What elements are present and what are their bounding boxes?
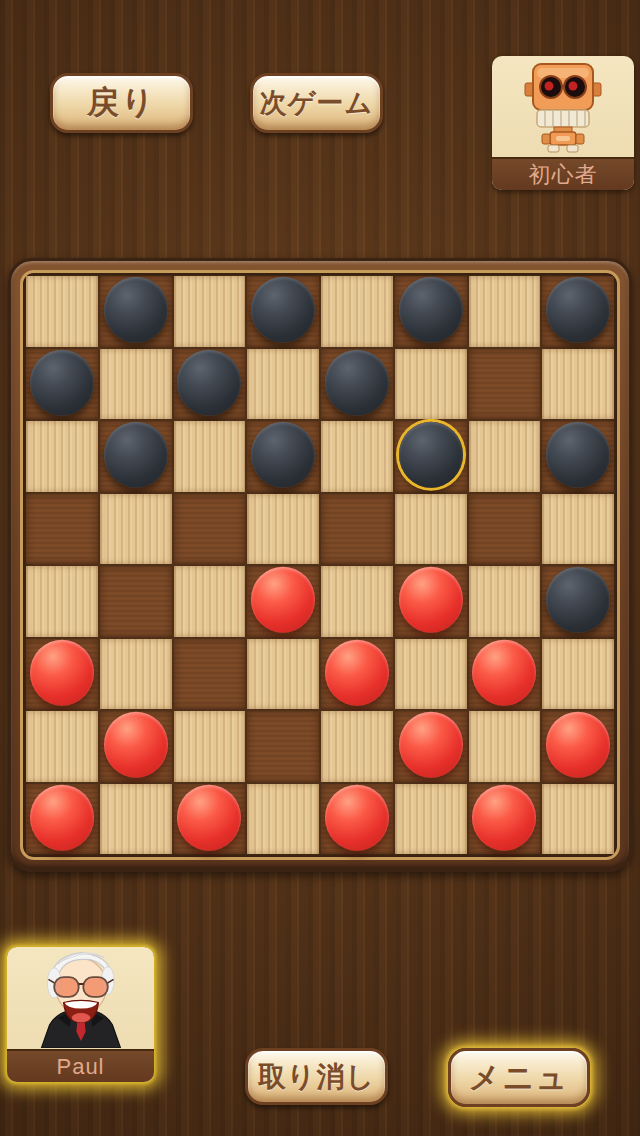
square-r5c7	[469, 566, 541, 637]
next-game-button[interactable]: 次ゲーム	[250, 73, 383, 133]
black-piece-selected[interactable]	[399, 422, 463, 488]
square-r5c6[interactable]	[395, 566, 467, 637]
square-r7c5	[321, 711, 393, 782]
red-piece[interactable]	[399, 712, 463, 778]
square-r8c3[interactable]	[174, 784, 246, 855]
red-piece[interactable]	[472, 784, 536, 850]
square-r5c1	[26, 566, 98, 637]
square-r2c2	[100, 349, 172, 420]
square-r8c1[interactable]	[26, 784, 98, 855]
red-piece[interactable]	[325, 784, 389, 850]
square-r7c8[interactable]	[542, 711, 614, 782]
player-avatar	[7, 947, 154, 1049]
black-piece[interactable]	[325, 349, 389, 415]
black-piece[interactable]	[30, 349, 94, 415]
black-piece[interactable]	[251, 422, 315, 488]
board-grid	[26, 276, 614, 854]
square-r1c4[interactable]	[247, 276, 319, 347]
red-piece[interactable]	[177, 784, 241, 850]
black-piece[interactable]	[399, 277, 463, 343]
square-r5c5	[321, 566, 393, 637]
square-r6c7[interactable]	[469, 639, 541, 710]
opponent-name-label: 初心者	[492, 157, 634, 190]
square-r2c1[interactable]	[26, 349, 98, 420]
paul-avatar-icon	[22, 948, 140, 1048]
square-r6c4	[247, 639, 319, 710]
square-r4c5[interactable]	[321, 494, 393, 565]
square-r4c3[interactable]	[174, 494, 246, 565]
menu-button[interactable]: メニュ	[448, 1048, 590, 1107]
black-piece[interactable]	[251, 277, 315, 343]
undo-button[interactable]: 取り消し	[245, 1048, 388, 1105]
red-piece[interactable]	[251, 567, 315, 633]
square-r3c6[interactable]	[395, 421, 467, 492]
red-piece[interactable]	[472, 639, 536, 705]
black-piece[interactable]	[546, 277, 610, 343]
square-r5c4[interactable]	[247, 566, 319, 637]
square-r6c8	[542, 639, 614, 710]
square-r4c4	[247, 494, 319, 565]
red-piece[interactable]	[325, 639, 389, 705]
square-r7c7	[469, 711, 541, 782]
square-r6c5[interactable]	[321, 639, 393, 710]
black-piece[interactable]	[546, 567, 610, 633]
square-r1c5	[321, 276, 393, 347]
square-r4c1[interactable]	[26, 494, 98, 565]
square-r6c3[interactable]	[174, 639, 246, 710]
black-piece[interactable]	[546, 422, 610, 488]
square-r2c6	[395, 349, 467, 420]
square-r4c6	[395, 494, 467, 565]
square-r1c2[interactable]	[100, 276, 172, 347]
square-r8c4	[247, 784, 319, 855]
checkers-board	[8, 258, 632, 872]
opponent-card: 初心者	[492, 56, 634, 190]
square-r2c4	[247, 349, 319, 420]
square-r4c8	[542, 494, 614, 565]
square-r8c2	[100, 784, 172, 855]
robot-icon	[519, 59, 607, 155]
square-r1c1	[26, 276, 98, 347]
square-r4c2	[100, 494, 172, 565]
square-r7c4[interactable]	[247, 711, 319, 782]
black-piece[interactable]	[177, 349, 241, 415]
square-r3c8[interactable]	[542, 421, 614, 492]
board-frame-inner	[20, 270, 620, 860]
square-r1c3	[174, 276, 246, 347]
red-piece[interactable]	[399, 567, 463, 633]
square-r3c7	[469, 421, 541, 492]
red-piece[interactable]	[546, 712, 610, 778]
square-r3c5	[321, 421, 393, 492]
square-r6c1[interactable]	[26, 639, 98, 710]
black-piece[interactable]	[104, 422, 168, 488]
opponent-avatar	[492, 56, 634, 157]
square-r7c1	[26, 711, 98, 782]
square-r3c2[interactable]	[100, 421, 172, 492]
square-r1c7	[469, 276, 541, 347]
square-r3c4[interactable]	[247, 421, 319, 492]
square-r1c8[interactable]	[542, 276, 614, 347]
square-r7c2[interactable]	[100, 711, 172, 782]
square-r7c3	[174, 711, 246, 782]
square-r3c3	[174, 421, 246, 492]
square-r4c7[interactable]	[469, 494, 541, 565]
square-r8c6	[395, 784, 467, 855]
square-r6c6	[395, 639, 467, 710]
square-r6c2	[100, 639, 172, 710]
player-name-label: Paul	[7, 1049, 154, 1082]
square-r1c6[interactable]	[395, 276, 467, 347]
square-r5c2[interactable]	[100, 566, 172, 637]
square-r8c8	[542, 784, 614, 855]
square-r5c3	[174, 566, 246, 637]
square-r7c6[interactable]	[395, 711, 467, 782]
game-screen: 戻り 次ゲーム 初心者	[0, 0, 640, 1136]
black-piece[interactable]	[104, 277, 168, 343]
back-button[interactable]: 戻り	[50, 73, 193, 133]
red-piece[interactable]	[104, 712, 168, 778]
square-r5c8[interactable]	[542, 566, 614, 637]
player-card: Paul	[7, 947, 154, 1082]
square-r2c7[interactable]	[469, 349, 541, 420]
square-r2c5[interactable]	[321, 349, 393, 420]
square-r8c5[interactable]	[321, 784, 393, 855]
square-r3c1	[26, 421, 98, 492]
square-r2c8	[542, 349, 614, 420]
square-r8c7[interactable]	[469, 784, 541, 855]
square-r2c3[interactable]	[174, 349, 246, 420]
red-piece[interactable]	[30, 784, 94, 850]
red-piece[interactable]	[30, 639, 94, 705]
